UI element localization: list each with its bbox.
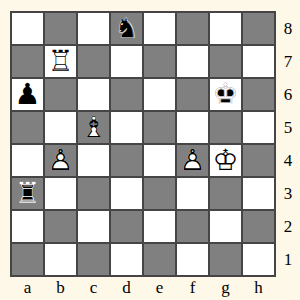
rank-label-6: 6 [278, 79, 298, 110]
piece-outline: ♔ [210, 145, 241, 176]
file-label-b: b [45, 277, 76, 298]
square-d8[interactable]: ♞♘ [111, 13, 142, 44]
chess-board: ♞♘♜♖♟♚♔♝♗♟♙♟♙♚♔♜♖ [10, 11, 276, 277]
square-e3[interactable] [144, 178, 175, 209]
rank-label-2: 2 [278, 211, 298, 242]
square-c3[interactable] [78, 178, 109, 209]
square-h7[interactable] [243, 46, 274, 77]
piece-fill: ♟ [12, 79, 43, 110]
square-e8[interactable] [144, 13, 175, 44]
square-e2[interactable] [144, 211, 175, 242]
square-c8[interactable] [78, 13, 109, 44]
square-c6[interactable] [78, 79, 109, 110]
square-g7[interactable] [210, 46, 241, 77]
square-h3[interactable] [243, 178, 274, 209]
square-g1[interactable] [210, 244, 241, 275]
square-h4[interactable] [243, 145, 274, 176]
white-rook: ♜♖ [45, 46, 76, 77]
square-d7[interactable] [111, 46, 142, 77]
square-f6[interactable] [177, 79, 208, 110]
square-c7[interactable] [78, 46, 109, 77]
square-b1[interactable] [45, 244, 76, 275]
square-a1[interactable] [12, 244, 43, 275]
square-a2[interactable] [12, 211, 43, 242]
square-h1[interactable] [243, 244, 274, 275]
square-h2[interactable] [243, 211, 274, 242]
square-f8[interactable] [177, 13, 208, 44]
file-label-d: d [111, 277, 142, 298]
white-pawn: ♟♙ [45, 145, 76, 176]
file-label-h: h [243, 277, 274, 298]
piece-outline: ♗ [78, 112, 109, 143]
square-g4[interactable]: ♚♔ [210, 145, 241, 176]
piece-outline: ♙ [45, 145, 76, 176]
rank-label-7: 7 [278, 46, 298, 77]
square-h5[interactable] [243, 112, 274, 143]
square-b7[interactable]: ♜♖ [45, 46, 76, 77]
square-c4[interactable] [78, 145, 109, 176]
file-labels: abcdefgh [10, 277, 276, 298]
square-g5[interactable] [210, 112, 241, 143]
piece-outline: ♖ [45, 46, 76, 77]
square-c5[interactable]: ♝♗ [78, 112, 109, 143]
square-f5[interactable] [177, 112, 208, 143]
black-pawn: ♟ [12, 79, 43, 110]
file-label-f: f [177, 277, 208, 298]
square-e1[interactable] [144, 244, 175, 275]
file-label-e: e [144, 277, 175, 298]
square-g8[interactable] [210, 13, 241, 44]
square-b6[interactable] [45, 79, 76, 110]
file-label-g: g [210, 277, 241, 298]
white-king: ♚♔ [210, 145, 241, 176]
white-bishop: ♝♗ [78, 112, 109, 143]
square-e6[interactable] [144, 79, 175, 110]
square-h8[interactable] [243, 13, 274, 44]
rank-label-5: 5 [278, 112, 298, 143]
piece-outline: ♙ [177, 145, 208, 176]
square-a5[interactable] [12, 112, 43, 143]
piece-detail: ♖ [12, 178, 43, 209]
square-d1[interactable] [111, 244, 142, 275]
square-e5[interactable] [144, 112, 175, 143]
square-g2[interactable] [210, 211, 241, 242]
square-f4[interactable]: ♟♙ [177, 145, 208, 176]
black-knight: ♞♘ [111, 13, 142, 44]
square-a7[interactable] [12, 46, 43, 77]
square-a6[interactable]: ♟ [12, 79, 43, 110]
square-d2[interactable] [111, 211, 142, 242]
file-label-a: a [12, 277, 43, 298]
chess-diagram: ♞♘♜♖♟♚♔♝♗♟♙♟♙♚♔♜♖ abcdefgh 87654321 [0, 0, 300, 300]
square-g3[interactable] [210, 178, 241, 209]
square-a3[interactable]: ♜♖ [12, 178, 43, 209]
square-b4[interactable]: ♟♙ [45, 145, 76, 176]
square-a8[interactable] [12, 13, 43, 44]
file-label-c: c [78, 277, 109, 298]
rank-label-3: 3 [278, 178, 298, 209]
square-b8[interactable] [45, 13, 76, 44]
rank-label-4: 4 [278, 145, 298, 176]
rank-label-1: 1 [278, 244, 298, 275]
rank-label-8: 8 [278, 13, 298, 44]
square-d5[interactable] [111, 112, 142, 143]
square-a4[interactable] [12, 145, 43, 176]
white-pawn: ♟♙ [177, 145, 208, 176]
square-d6[interactable] [111, 79, 142, 110]
square-e4[interactable] [144, 145, 175, 176]
black-king: ♚♔ [210, 79, 241, 110]
square-b3[interactable] [45, 178, 76, 209]
square-f3[interactable] [177, 178, 208, 209]
square-d4[interactable] [111, 145, 142, 176]
square-h6[interactable] [243, 79, 274, 110]
square-c2[interactable] [78, 211, 109, 242]
square-e7[interactable] [144, 46, 175, 77]
square-g6[interactable]: ♚♔ [210, 79, 241, 110]
square-f2[interactable] [177, 211, 208, 242]
square-f1[interactable] [177, 244, 208, 275]
square-b2[interactable] [45, 211, 76, 242]
square-f7[interactable] [177, 46, 208, 77]
square-d3[interactable] [111, 178, 142, 209]
black-rook: ♜♖ [12, 178, 43, 209]
rank-labels: 87654321 [278, 11, 298, 277]
square-c1[interactable] [78, 244, 109, 275]
piece-detail: ♘ [111, 13, 142, 44]
piece-detail: ♔ [210, 79, 241, 110]
square-b5[interactable] [45, 112, 76, 143]
